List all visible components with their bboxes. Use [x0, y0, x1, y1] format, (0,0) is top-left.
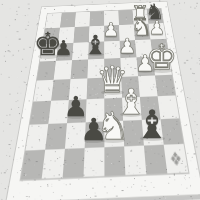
piece-white-knight-e2[interactable]: ♞ — [94, 107, 132, 145]
square-b1[interactable] — [42, 149, 65, 179]
piece-white-king-h5[interactable]: ♚ — [145, 40, 180, 75]
square-b2[interactable] — [45, 123, 67, 150]
piece-white-pawn-h7[interactable]: ♟ — [147, 19, 166, 38]
square-c5[interactable] — [71, 59, 89, 79]
square-d1[interactable] — [84, 147, 105, 177]
square-f1[interactable] — [124, 146, 146, 176]
square-c1[interactable] — [63, 148, 85, 178]
square-b8[interactable] — [60, 12, 76, 27]
board-logo-icon: ❖ — [164, 144, 189, 173]
square-e1[interactable] — [104, 146, 125, 176]
square-b5[interactable] — [54, 60, 72, 80]
chessboard-photo-scene: ❖ ♜♞♟♞♟♚♟♝♟♟♚♛♟♝♟♞♝ — [0, 0, 200, 200]
piece-black-bishop-d6[interactable]: ♝ — [82, 32, 109, 59]
piece-black-pawn-b6[interactable]: ♟ — [53, 38, 74, 59]
square-h1[interactable]: ❖ — [164, 144, 189, 173]
piece-black-bishop-g2[interactable]: ♝ — [132, 105, 171, 144]
square-c8[interactable] — [75, 12, 90, 27]
square-h4[interactable] — [155, 75, 175, 96]
